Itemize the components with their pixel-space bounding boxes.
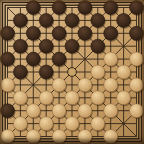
dark-piece[interactable] [13,65,27,79]
dark-piece[interactable] [39,13,53,27]
light-piece[interactable] [78,104,92,118]
dark-piece[interactable] [130,1,144,15]
board-grid [0,0,144,144]
light-piece[interactable] [91,65,105,79]
zamma-board [0,0,144,144]
light-piece[interactable] [1,130,15,144]
dark-piece[interactable] [65,13,79,27]
light-piece[interactable] [130,104,144,118]
light-piece[interactable] [65,117,79,131]
light-piece[interactable] [104,130,118,144]
light-piece[interactable] [52,104,66,118]
light-piece[interactable] [130,78,144,92]
dark-piece[interactable] [13,13,27,27]
light-piece[interactable] [26,104,40,118]
dark-piece[interactable] [26,1,40,15]
light-piece[interactable] [13,117,27,131]
dark-piece[interactable] [39,39,53,53]
light-piece[interactable] [117,65,131,79]
dark-piece[interactable] [52,26,66,40]
dark-piece[interactable] [26,52,40,66]
light-piece[interactable] [104,78,118,92]
light-piece[interactable] [78,78,92,92]
light-piece[interactable] [13,91,27,105]
light-piece[interactable] [52,130,66,144]
light-piece[interactable] [91,91,105,105]
center-octagon-marker [68,68,76,76]
light-piece[interactable] [65,91,79,105]
light-piece[interactable] [104,52,118,66]
dark-piece[interactable] [1,104,15,118]
dark-piece[interactable] [52,52,66,66]
light-piece[interactable] [39,91,53,105]
dark-piece[interactable] [117,13,131,27]
dark-piece[interactable] [26,26,40,40]
light-piece[interactable] [130,52,144,66]
dark-piece[interactable] [52,1,66,15]
light-piece[interactable] [26,130,40,144]
dark-piece[interactable] [39,65,53,79]
dark-piece[interactable] [78,1,92,15]
dark-piece[interactable] [1,26,15,40]
light-piece[interactable] [78,130,92,144]
dark-piece[interactable] [1,52,15,66]
dark-piece[interactable] [78,26,92,40]
dark-piece[interactable] [130,26,144,40]
light-piece[interactable] [39,117,53,131]
dark-piece[interactable] [91,39,105,53]
dark-piece[interactable] [104,1,118,15]
light-piece[interactable] [117,91,131,105]
dark-piece[interactable] [13,39,27,53]
light-piece[interactable] [52,78,66,92]
light-piece[interactable] [91,117,105,131]
light-piece[interactable] [1,78,15,92]
dark-piece[interactable] [65,39,79,53]
dark-piece[interactable] [91,13,105,27]
dark-piece[interactable] [104,26,118,40]
light-piece[interactable] [104,104,118,118]
